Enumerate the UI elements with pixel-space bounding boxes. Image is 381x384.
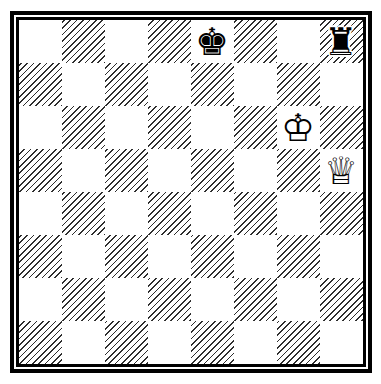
square-g7[interactable] — [277, 63, 320, 106]
square-g5[interactable] — [277, 149, 320, 192]
square-d7[interactable] — [148, 63, 191, 106]
square-a5[interactable] — [19, 149, 62, 192]
square-h8[interactable]: ♜ — [320, 20, 363, 63]
square-h5[interactable]: ♕ — [320, 149, 363, 192]
square-b1[interactable] — [62, 321, 105, 364]
board: ♚♜♔♕ — [19, 20, 363, 364]
square-h6[interactable] — [320, 106, 363, 149]
square-c5[interactable] — [105, 149, 148, 192]
square-a1[interactable] — [19, 321, 62, 364]
black-king-e8[interactable]: ♚ — [195, 23, 229, 61]
square-a4[interactable] — [19, 192, 62, 235]
square-c1[interactable] — [105, 321, 148, 364]
square-c2[interactable] — [105, 278, 148, 321]
square-c4[interactable] — [105, 192, 148, 235]
square-b3[interactable] — [62, 235, 105, 278]
square-a6[interactable] — [19, 106, 62, 149]
square-d2[interactable] — [148, 278, 191, 321]
square-d1[interactable] — [148, 321, 191, 364]
square-e3[interactable] — [191, 235, 234, 278]
square-h1[interactable] — [320, 321, 363, 364]
square-b2[interactable] — [62, 278, 105, 321]
square-a2[interactable] — [19, 278, 62, 321]
square-d3[interactable] — [148, 235, 191, 278]
square-e7[interactable] — [191, 63, 234, 106]
square-g2[interactable] — [277, 278, 320, 321]
square-a7[interactable] — [19, 63, 62, 106]
square-f3[interactable] — [234, 235, 277, 278]
square-e4[interactable] — [191, 192, 234, 235]
square-g3[interactable] — [277, 235, 320, 278]
square-f8[interactable] — [234, 20, 277, 63]
square-c8[interactable] — [105, 20, 148, 63]
square-d6[interactable] — [148, 106, 191, 149]
square-g6[interactable]: ♔ — [277, 106, 320, 149]
square-f1[interactable] — [234, 321, 277, 364]
square-h2[interactable] — [320, 278, 363, 321]
square-c7[interactable] — [105, 63, 148, 106]
square-b7[interactable] — [62, 63, 105, 106]
chessboard-inner-frame: ♚♜♔♕ — [16, 17, 366, 367]
square-e1[interactable] — [191, 321, 234, 364]
square-b8[interactable] — [62, 20, 105, 63]
chessboard-outer-frame: ♚♜♔♕ — [10, 11, 372, 373]
square-b5[interactable] — [62, 149, 105, 192]
square-g4[interactable] — [277, 192, 320, 235]
square-b6[interactable] — [62, 106, 105, 149]
square-e2[interactable] — [191, 278, 234, 321]
square-g8[interactable] — [277, 20, 320, 63]
square-e6[interactable] — [191, 106, 234, 149]
white-king-g6[interactable]: ♔ — [281, 109, 315, 147]
square-a3[interactable] — [19, 235, 62, 278]
square-h3[interactable] — [320, 235, 363, 278]
square-c3[interactable] — [105, 235, 148, 278]
square-e5[interactable] — [191, 149, 234, 192]
square-f6[interactable] — [234, 106, 277, 149]
square-e8[interactable]: ♚ — [191, 20, 234, 63]
square-f5[interactable] — [234, 149, 277, 192]
square-d4[interactable] — [148, 192, 191, 235]
square-c6[interactable] — [105, 106, 148, 149]
white-queen-h5[interactable]: ♕ — [324, 152, 358, 190]
square-d5[interactable] — [148, 149, 191, 192]
square-f2[interactable] — [234, 278, 277, 321]
square-d8[interactable] — [148, 20, 191, 63]
square-h7[interactable] — [320, 63, 363, 106]
square-g1[interactable] — [277, 321, 320, 364]
page: ♚♜♔♕ — [0, 0, 381, 384]
black-rook-h8[interactable]: ♜ — [324, 23, 358, 61]
square-b4[interactable] — [62, 192, 105, 235]
square-h4[interactable] — [320, 192, 363, 235]
square-f4[interactable] — [234, 192, 277, 235]
square-a8[interactable] — [19, 20, 62, 63]
square-f7[interactable] — [234, 63, 277, 106]
